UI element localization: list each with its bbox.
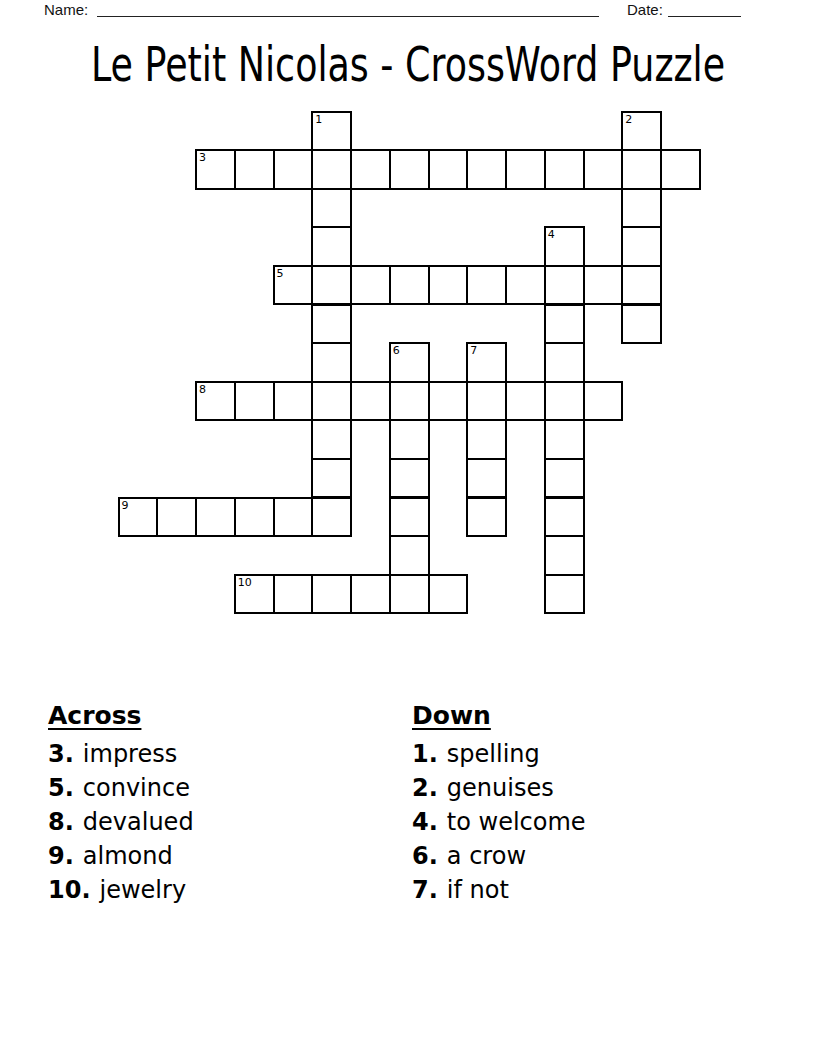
cell-r3c11[interactable]: 4 <box>544 226 585 267</box>
cell-r7c12[interactable] <box>583 381 624 422</box>
cell-r12c7[interactable] <box>389 574 430 615</box>
cell-r10c1[interactable] <box>156 497 197 538</box>
cell-r9c9[interactable] <box>466 458 507 499</box>
cell-r0c5[interactable]: 1 <box>311 111 352 152</box>
across-clue-list: 3.impress5.convince8.devalued9.almond10.… <box>48 737 194 907</box>
cell-r4c8[interactable] <box>428 265 469 306</box>
cell-r4c10[interactable] <box>505 265 546 306</box>
cell-r0c13[interactable]: 2 <box>621 111 662 152</box>
cell-r10c9[interactable] <box>466 497 507 538</box>
clue-text: to welcome <box>447 808 586 836</box>
clue-text: impress <box>83 740 177 768</box>
down-clues-section: Down 1.spelling2.genuises4.to welcome6.a… <box>412 703 586 907</box>
cell-r5c11[interactable] <box>544 304 585 345</box>
cell-r7c11[interactable] <box>544 381 585 422</box>
cell-r8c9[interactable] <box>466 419 507 460</box>
cell-r4c4[interactable]: 5 <box>273 265 314 306</box>
cell-r1c3[interactable] <box>234 149 275 190</box>
cell-r4c6[interactable] <box>350 265 391 306</box>
cell-r7c3[interactable] <box>234 381 275 422</box>
down-clue-4: 4.to welcome <box>412 805 586 839</box>
clue-number-label: 10. <box>48 876 91 904</box>
cell-r1c13[interactable] <box>621 149 662 190</box>
cell-r11c7[interactable] <box>389 535 430 576</box>
cell-number-3: 3 <box>199 151 206 164</box>
clue-text: if not <box>447 876 509 904</box>
clue-number-label: 2. <box>412 774 438 802</box>
cell-number-5: 5 <box>277 267 284 280</box>
name-label: Name: <box>44 1 88 18</box>
cell-number-2: 2 <box>625 113 632 126</box>
cell-r12c6[interactable] <box>350 574 391 615</box>
down-clue-2: 2.genuises <box>412 771 586 805</box>
cell-r6c9[interactable]: 7 <box>466 342 507 383</box>
clue-number-label: 3. <box>48 740 74 768</box>
cell-r1c11[interactable] <box>544 149 585 190</box>
cell-number-9: 9 <box>122 499 129 512</box>
cell-number-7: 7 <box>470 344 477 357</box>
cell-r1c8[interactable] <box>428 149 469 190</box>
cell-r7c6[interactable] <box>350 381 391 422</box>
cell-r7c2[interactable]: 8 <box>195 381 236 422</box>
across-clues-section: Across 3.impress5.convince8.devalued9.al… <box>48 703 194 907</box>
cell-r9c7[interactable] <box>389 458 430 499</box>
cell-r1c6[interactable] <box>350 149 391 190</box>
cell-r7c4[interactable] <box>273 381 314 422</box>
cell-r4c7[interactable] <box>389 265 430 306</box>
clue-number-label: 5. <box>48 774 74 802</box>
across-clue-3: 3.impress <box>48 737 194 771</box>
clue-text: convince <box>83 774 190 802</box>
cell-r7c8[interactable] <box>428 381 469 422</box>
cell-r2c5[interactable] <box>311 188 352 229</box>
cell-r10c2[interactable] <box>195 497 236 538</box>
cell-r6c5[interactable] <box>311 342 352 383</box>
clue-number-label: 6. <box>412 842 438 870</box>
clue-number-label: 7. <box>412 876 438 904</box>
cell-r10c4[interactable] <box>273 497 314 538</box>
cell-r5c13[interactable] <box>621 304 662 345</box>
cell-number-6: 6 <box>393 344 400 357</box>
cell-r1c7[interactable] <box>389 149 430 190</box>
cell-r3c5[interactable] <box>311 226 352 267</box>
across-clue-9: 9.almond <box>48 839 194 873</box>
cell-r9c11[interactable] <box>544 458 585 499</box>
cell-r4c5[interactable] <box>311 265 352 306</box>
down-clue-7: 7.if not <box>412 873 586 907</box>
cell-r1c14[interactable] <box>660 149 701 190</box>
cell-r12c3[interactable]: 10 <box>234 574 275 615</box>
cell-number-1: 1 <box>315 113 322 126</box>
cell-r5c5[interactable] <box>311 304 352 345</box>
cell-r10c11[interactable] <box>544 497 585 538</box>
cell-r7c7[interactable] <box>389 381 430 422</box>
cell-r4c9[interactable] <box>466 265 507 306</box>
cell-r6c11[interactable] <box>544 342 585 383</box>
cell-r1c4[interactable] <box>273 149 314 190</box>
clue-text: a crow <box>447 842 526 870</box>
cell-r2c13[interactable] <box>621 188 662 229</box>
clue-number-label: 9. <box>48 842 74 870</box>
cell-number-4: 4 <box>548 228 555 241</box>
puzzle-title: Le Petit Nicolas - CrossWord Puzzle <box>91 40 725 88</box>
cell-r1c10[interactable] <box>505 149 546 190</box>
cell-r12c4[interactable] <box>273 574 314 615</box>
clue-number-label: 1. <box>412 740 438 768</box>
crossword-grid: 12345678910 <box>118 111 702 616</box>
clue-text: almond <box>83 842 173 870</box>
clue-text: genuises <box>447 774 554 802</box>
name-blank-line[interactable] <box>97 0 599 17</box>
date-blank-line[interactable] <box>668 0 741 17</box>
cell-r1c2[interactable]: 3 <box>195 149 236 190</box>
cell-r8c11[interactable] <box>544 419 585 460</box>
cell-r1c9[interactable] <box>466 149 507 190</box>
cell-r10c3[interactable] <box>234 497 275 538</box>
cell-r7c9[interactable] <box>466 381 507 422</box>
clue-number-label: 4. <box>412 808 438 836</box>
down-heading: Down <box>412 703 586 729</box>
cell-r8c5[interactable] <box>311 419 352 460</box>
down-clue-list: 1.spelling2.genuises4.to welcome6.a crow… <box>412 737 586 907</box>
down-clue-1: 1.spelling <box>412 737 586 771</box>
cell-r12c11[interactable] <box>544 574 585 615</box>
cell-r10c7[interactable] <box>389 497 430 538</box>
clue-text: devalued <box>83 808 194 836</box>
cell-r1c5[interactable] <box>311 149 352 190</box>
cell-number-8: 8 <box>199 383 206 396</box>
across-heading: Across <box>48 703 194 729</box>
cell-r4c12[interactable] <box>583 265 624 306</box>
cell-r12c8[interactable] <box>428 574 469 615</box>
cell-r4c11[interactable] <box>544 265 585 306</box>
cell-r7c10[interactable] <box>505 381 546 422</box>
cell-r11c11[interactable] <box>544 535 585 576</box>
cell-r10c0[interactable]: 9 <box>118 497 159 538</box>
clue-text: jewelry <box>100 876 187 904</box>
cell-number-10: 10 <box>238 576 252 589</box>
cell-r6c7[interactable]: 6 <box>389 342 430 383</box>
across-clue-5: 5.convince <box>48 771 194 805</box>
across-clue-10: 10.jewelry <box>48 873 194 907</box>
cell-r12c5[interactable] <box>311 574 352 615</box>
date-label: Date: <box>627 1 663 18</box>
cell-r10c5[interactable] <box>311 497 352 538</box>
clue-number-label: 8. <box>48 808 74 836</box>
down-clue-6: 6.a crow <box>412 839 586 873</box>
across-clue-8: 8.devalued <box>48 805 194 839</box>
cell-r4c13[interactable] <box>621 265 662 306</box>
cell-r1c12[interactable] <box>583 149 624 190</box>
clue-text: spelling <box>447 740 540 768</box>
cell-r8c7[interactable] <box>389 419 430 460</box>
cell-r7c5[interactable] <box>311 381 352 422</box>
worksheet-page: Name: Date: Le Petit Nicolas - CrossWord… <box>0 0 816 1056</box>
cell-r9c5[interactable] <box>311 458 352 499</box>
cell-r3c13[interactable] <box>621 226 662 267</box>
